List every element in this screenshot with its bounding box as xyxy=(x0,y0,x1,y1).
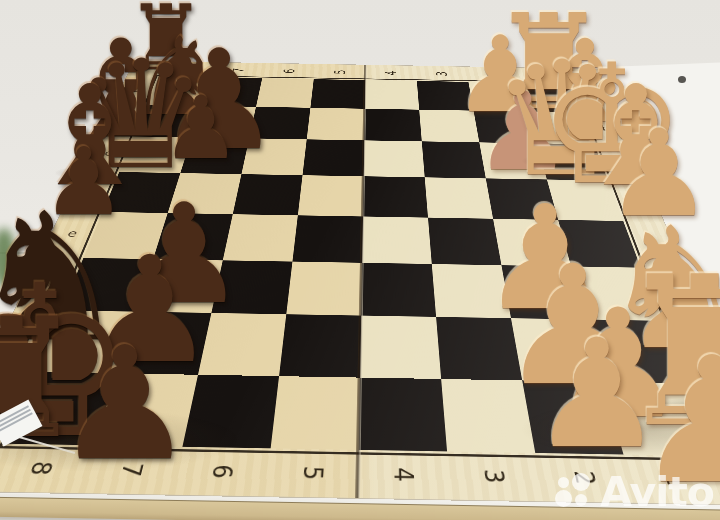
piece-shadow xyxy=(54,166,126,180)
chess-piece-light-pawn: ♟ xyxy=(491,244,656,409)
pieces-layer: ♜♞♝♟♛♟♝♟♟♞♟♜♚♟♟♜♝♟♛♚♝♟♟♞♟♟♜♟♟ xyxy=(0,0,720,520)
chess-piece-light-pawn: ♟ xyxy=(448,23,553,128)
piece-shadow xyxy=(473,98,528,109)
piece-shadow xyxy=(600,166,672,180)
piece-shadow xyxy=(143,57,190,66)
chess-piece-dark-pawn: ♟ xyxy=(77,237,224,384)
chess-piece-dark-bishop: ♝ xyxy=(21,68,159,206)
chess-piece-dark-knight: ♞ xyxy=(122,23,230,131)
chess-piece-dark-pawn: ♟ xyxy=(38,136,131,229)
piece-shadow xyxy=(84,437,165,453)
piece-shadow xyxy=(183,130,255,144)
chess-piece-dark-pawn: ♟ xyxy=(47,326,203,482)
piece-shadow xyxy=(558,426,636,441)
photo-scene: 87654321 87654321 abcdefgh abcdefgh ♜♞♝♟… xyxy=(0,0,720,520)
chess-piece-dark-pawn: ♟ xyxy=(150,32,288,170)
piece-shadow xyxy=(508,289,583,303)
chess-piece-dark-pawn: ♟ xyxy=(158,85,245,172)
piece-shadow xyxy=(86,119,156,133)
piece-shadow xyxy=(555,107,614,118)
chess-piece-dark-rook: ♜ xyxy=(121,0,211,83)
avito-logo-icon xyxy=(553,473,597,511)
chess-piece-light-pawn: ♟ xyxy=(543,289,693,439)
chess-piece-dark-pawn: ♟ xyxy=(115,186,253,324)
chess-piece-light-pawn: ♟ xyxy=(473,186,617,330)
chess-piece-light-pawn: ♟ xyxy=(522,319,672,469)
chess-piece-light-king: ♚ xyxy=(530,43,695,208)
piece-shadow xyxy=(178,147,223,156)
piece-shadow xyxy=(102,147,180,162)
piece-shadow xyxy=(148,284,220,298)
piece-shadow xyxy=(4,316,96,334)
chess-piece-dark-queen: ♛ xyxy=(66,40,216,190)
chess-piece-light-bishop: ♝ xyxy=(567,68,705,206)
piece-shadow xyxy=(530,362,616,379)
chess-piece-light-rook: ♜ xyxy=(602,249,720,456)
piece-shadow xyxy=(521,153,603,169)
chess-piece-light-pawn: ♟ xyxy=(469,78,577,186)
chess-piece-light-queen: ♛ xyxy=(483,40,641,198)
piece-shadow xyxy=(632,325,719,342)
watermark-text: Avito xyxy=(600,473,714,512)
piece-shadow xyxy=(60,203,108,212)
piece-shadow xyxy=(112,342,188,357)
piece-shadow xyxy=(579,396,657,411)
piece-shadow xyxy=(495,155,551,166)
chess-piece-light-bishop: ♝ xyxy=(528,25,642,139)
chess-piece-light-knight: ♞ xyxy=(592,205,720,373)
piece-shadow xyxy=(569,161,655,178)
avito-watermark: Avito xyxy=(553,473,714,512)
piece-shadow xyxy=(148,100,204,111)
chess-piece-light-rook: ♜ xyxy=(483,0,615,128)
piece-shadow xyxy=(651,397,720,418)
piece-shadow xyxy=(515,91,584,104)
chess-piece-dark-knight: ♞ xyxy=(0,190,139,367)
chess-piece-light-pawn: ♟ xyxy=(599,114,719,234)
piece-shadow xyxy=(628,199,690,211)
chess-piece-dark-bishop: ♝ xyxy=(54,22,189,157)
